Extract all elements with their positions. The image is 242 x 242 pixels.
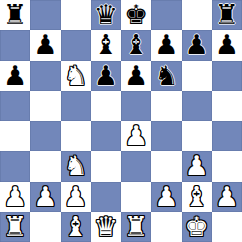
piece-black-pawn[interactable]: ♟ (154, 30, 178, 60)
piece-white-pawn[interactable]: ♟ (215, 182, 239, 212)
square-d5[interactable] (91, 91, 121, 121)
piece-white-pawn[interactable]: ♟ (64, 182, 88, 212)
piece-white-knight[interactable]: ♞ (64, 61, 88, 91)
square-d7[interactable]: ♝ (91, 30, 121, 60)
square-f8[interactable] (151, 0, 181, 30)
square-f1[interactable] (151, 212, 181, 242)
square-b4[interactable] (30, 121, 60, 151)
square-e6[interactable]: ♟ (121, 61, 151, 91)
piece-black-rook[interactable]: ♜ (3, 0, 27, 30)
square-g2[interactable]: ♝ (182, 182, 212, 212)
square-h5[interactable] (212, 91, 242, 121)
square-g7[interactable]: ♟ (182, 30, 212, 60)
piece-black-knight[interactable]: ♞ (154, 61, 178, 91)
square-c1[interactable]: ♝ (61, 212, 91, 242)
square-c4[interactable] (61, 121, 91, 151)
square-e5[interactable] (121, 91, 151, 121)
piece-white-rook[interactable]: ♜ (124, 212, 148, 242)
piece-white-pawn[interactable]: ♟ (3, 182, 27, 212)
square-e3[interactable] (121, 151, 151, 181)
square-c6[interactable]: ♞ (61, 61, 91, 91)
square-e4[interactable]: ♟ (121, 121, 151, 151)
square-g4[interactable] (182, 121, 212, 151)
square-a8[interactable]: ♜ (0, 0, 30, 30)
square-d8[interactable]: ♛ (91, 0, 121, 30)
square-e7[interactable]: ♝ (121, 30, 151, 60)
piece-white-pawn[interactable]: ♟ (185, 151, 209, 181)
piece-black-queen[interactable]: ♛ (94, 0, 118, 30)
square-c7[interactable] (61, 30, 91, 60)
square-d2[interactable] (91, 182, 121, 212)
square-a1[interactable]: ♜ (0, 212, 30, 242)
square-c2[interactable]: ♟ (61, 182, 91, 212)
piece-black-pawn[interactable]: ♟ (185, 30, 209, 60)
piece-white-bishop[interactable]: ♝ (64, 212, 88, 242)
chess-board: ♜♛♚♜♟♝♝♟♟♟♟♞♟♟♞♟♞♟♟♟♟♟♝♟♜♝♛♜♚ (0, 0, 242, 242)
square-g5[interactable] (182, 91, 212, 121)
square-f6[interactable]: ♞ (151, 61, 181, 91)
piece-black-pawn[interactable]: ♟ (33, 30, 57, 60)
piece-white-pawn[interactable]: ♟ (33, 182, 57, 212)
square-h3[interactable] (212, 151, 242, 181)
piece-white-rook[interactable]: ♜ (3, 212, 27, 242)
square-g1[interactable]: ♚ (182, 212, 212, 242)
square-e2[interactable] (121, 182, 151, 212)
piece-black-pawn[interactable]: ♟ (3, 61, 27, 91)
piece-white-knight[interactable]: ♞ (64, 151, 88, 181)
square-g6[interactable] (182, 61, 212, 91)
square-a4[interactable] (0, 121, 30, 151)
square-h1[interactable] (212, 212, 242, 242)
square-d1[interactable]: ♛ (91, 212, 121, 242)
square-f5[interactable] (151, 91, 181, 121)
square-a3[interactable] (0, 151, 30, 181)
piece-white-bishop[interactable]: ♝ (185, 182, 209, 212)
square-b1[interactable] (30, 212, 60, 242)
square-f2[interactable]: ♟ (151, 182, 181, 212)
square-d4[interactable] (91, 121, 121, 151)
square-c3[interactable]: ♞ (61, 151, 91, 181)
square-h8[interactable]: ♜ (212, 0, 242, 30)
square-h6[interactable] (212, 61, 242, 91)
square-d6[interactable]: ♟ (91, 61, 121, 91)
square-h4[interactable] (212, 121, 242, 151)
square-b3[interactable] (30, 151, 60, 181)
piece-white-pawn[interactable]: ♟ (124, 121, 148, 151)
piece-black-bishop[interactable]: ♝ (124, 30, 148, 60)
square-f4[interactable] (151, 121, 181, 151)
square-a6[interactable]: ♟ (0, 61, 30, 91)
square-a7[interactable] (0, 30, 30, 60)
square-e1[interactable]: ♜ (121, 212, 151, 242)
square-c5[interactable] (61, 91, 91, 121)
square-b5[interactable] (30, 91, 60, 121)
piece-white-king[interactable]: ♚ (185, 212, 209, 242)
square-e8[interactable]: ♚ (121, 0, 151, 30)
square-b6[interactable] (30, 61, 60, 91)
piece-black-bishop[interactable]: ♝ (94, 30, 118, 60)
square-b2[interactable]: ♟ (30, 182, 60, 212)
square-a5[interactable] (0, 91, 30, 121)
square-g3[interactable]: ♟ (182, 151, 212, 181)
piece-white-pawn[interactable]: ♟ (154, 182, 178, 212)
square-f3[interactable] (151, 151, 181, 181)
piece-black-pawn[interactable]: ♟ (124, 61, 148, 91)
square-h2[interactable]: ♟ (212, 182, 242, 212)
piece-black-pawn[interactable]: ♟ (215, 30, 239, 60)
square-b7[interactable]: ♟ (30, 30, 60, 60)
square-a2[interactable]: ♟ (0, 182, 30, 212)
piece-black-rook[interactable]: ♜ (215, 0, 239, 30)
piece-black-pawn[interactable]: ♟ (94, 61, 118, 91)
square-g8[interactable] (182, 0, 212, 30)
square-d3[interactable] (91, 151, 121, 181)
square-h7[interactable]: ♟ (212, 30, 242, 60)
piece-black-king[interactable]: ♚ (124, 0, 148, 30)
piece-white-queen[interactable]: ♛ (94, 212, 118, 242)
square-f7[interactable]: ♟ (151, 30, 181, 60)
square-b8[interactable] (30, 0, 60, 30)
square-c8[interactable] (61, 0, 91, 30)
